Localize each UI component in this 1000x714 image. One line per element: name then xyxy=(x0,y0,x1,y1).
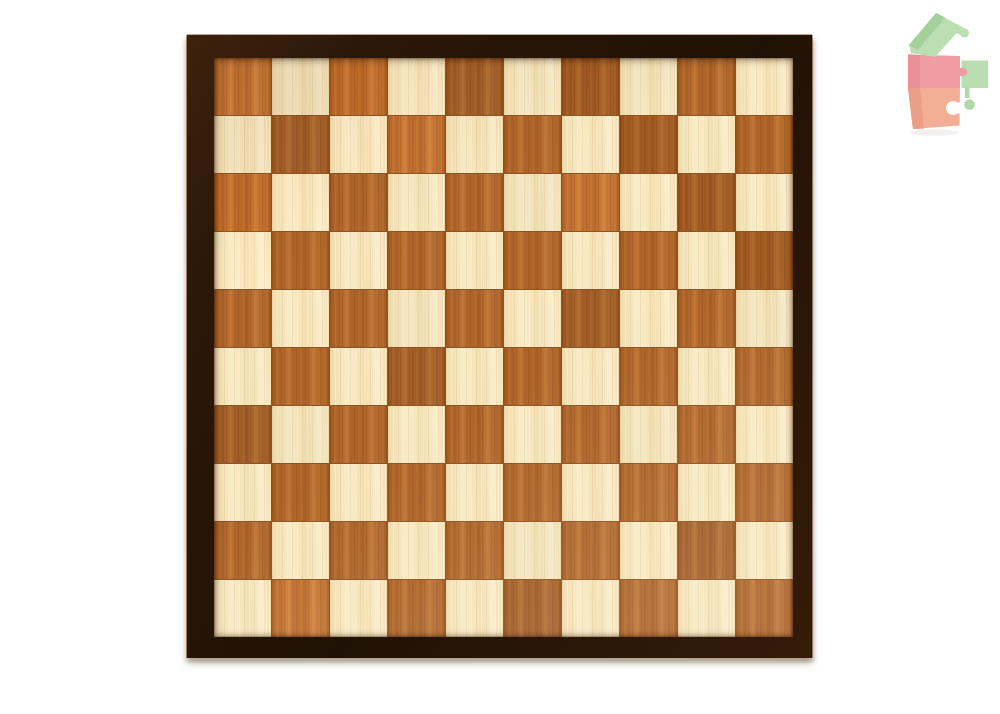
board-square-j9 xyxy=(736,116,793,173)
board-square-a1 xyxy=(214,580,271,637)
board-square-i4 xyxy=(678,406,735,463)
board-square-f4 xyxy=(504,406,561,463)
board-square-e10 xyxy=(446,58,503,115)
board-square-c1 xyxy=(330,580,387,637)
board-square-i7 xyxy=(678,232,735,289)
board-square-b5 xyxy=(272,348,329,405)
board-square-e7 xyxy=(446,232,503,289)
logo-green-knob xyxy=(964,99,975,110)
board-square-h8 xyxy=(620,174,677,231)
board-square-a10 xyxy=(214,58,271,115)
board-square-a4 xyxy=(214,406,271,463)
board-square-c7 xyxy=(330,232,387,289)
board-square-g5 xyxy=(562,348,619,405)
board-square-h9 xyxy=(620,116,677,173)
board-square-c4 xyxy=(330,406,387,463)
board-square-j2 xyxy=(736,522,793,579)
board-square-i10 xyxy=(678,58,735,115)
board-square-a9 xyxy=(214,116,271,173)
board-square-a5 xyxy=(214,348,271,405)
board-square-h3 xyxy=(620,464,677,521)
board-square-f8 xyxy=(504,174,561,231)
board-square-h1 xyxy=(620,580,677,637)
board-square-a7 xyxy=(214,232,271,289)
board-square-c10 xyxy=(330,58,387,115)
board-square-j3 xyxy=(736,464,793,521)
board-square-d5 xyxy=(388,348,445,405)
board-square-j6 xyxy=(736,290,793,347)
board-square-f2 xyxy=(504,522,561,579)
board-square-f3 xyxy=(504,464,561,521)
board-square-d8 xyxy=(388,174,445,231)
board-square-d6 xyxy=(388,290,445,347)
board-square-b3 xyxy=(272,464,329,521)
board-square-i5 xyxy=(678,348,735,405)
board-square-e5 xyxy=(446,348,503,405)
board-square-g1 xyxy=(562,580,619,637)
board-square-b6 xyxy=(272,290,329,347)
board-square-a2 xyxy=(214,522,271,579)
logo-roof-tab xyxy=(960,29,969,38)
board-square-d1 xyxy=(388,580,445,637)
board-square-h2 xyxy=(620,522,677,579)
board-square-g8 xyxy=(562,174,619,231)
board-square-d2 xyxy=(388,522,445,579)
board-square-c2 xyxy=(330,522,387,579)
board-square-h10 xyxy=(620,58,677,115)
board-square-h7 xyxy=(620,232,677,289)
board-square-e2 xyxy=(446,522,503,579)
board-square-c5 xyxy=(330,348,387,405)
board-square-h5 xyxy=(620,348,677,405)
board-square-b2 xyxy=(272,522,329,579)
board-square-i1 xyxy=(678,580,735,637)
board-square-b10 xyxy=(272,58,329,115)
board-square-j5 xyxy=(736,348,793,405)
board-square-j7 xyxy=(736,232,793,289)
board-square-b7 xyxy=(272,232,329,289)
draughts-board xyxy=(187,35,812,658)
board-square-f1 xyxy=(504,580,561,637)
board-square-g10 xyxy=(562,58,619,115)
board-squares-grid xyxy=(214,58,793,637)
board-square-g6 xyxy=(562,290,619,347)
board-square-b1 xyxy=(272,580,329,637)
logo-pink-tab xyxy=(959,68,967,76)
board-square-b9 xyxy=(272,116,329,173)
board-square-g9 xyxy=(562,116,619,173)
board-square-d3 xyxy=(388,464,445,521)
board-square-e6 xyxy=(446,290,503,347)
board-square-g4 xyxy=(562,406,619,463)
board-square-j4 xyxy=(736,406,793,463)
board-square-i8 xyxy=(678,174,735,231)
logo-socket-notch xyxy=(946,101,960,115)
logo-green-knob-stem xyxy=(965,87,970,98)
puzzle-house-watermark-logo xyxy=(898,10,998,155)
board-square-a6 xyxy=(214,290,271,347)
board-square-a8 xyxy=(214,174,271,231)
product-photo-canvas xyxy=(0,0,1000,714)
board-square-g7 xyxy=(562,232,619,289)
board-square-c9 xyxy=(330,116,387,173)
board-square-f7 xyxy=(504,232,561,289)
board-square-f6 xyxy=(504,290,561,347)
board-square-i6 xyxy=(678,290,735,347)
board-square-c6 xyxy=(330,290,387,347)
logo-pink-block-side xyxy=(908,55,920,89)
board-square-d10 xyxy=(388,58,445,115)
board-square-g3 xyxy=(562,464,619,521)
board-square-d4 xyxy=(388,406,445,463)
board-square-j1 xyxy=(736,580,793,637)
board-square-i2 xyxy=(678,522,735,579)
board-square-c3 xyxy=(330,464,387,521)
board-square-f10 xyxy=(504,58,561,115)
board-square-j10 xyxy=(736,58,793,115)
board-square-e1 xyxy=(446,580,503,637)
board-square-h6 xyxy=(620,290,677,347)
board-square-i9 xyxy=(678,116,735,173)
board-square-e8 xyxy=(446,174,503,231)
board-square-g2 xyxy=(562,522,619,579)
board-square-b4 xyxy=(272,406,329,463)
board-square-j8 xyxy=(736,174,793,231)
board-square-d9 xyxy=(388,116,445,173)
board-square-e3 xyxy=(446,464,503,521)
logo-ground-shadow xyxy=(910,129,958,135)
board-square-f9 xyxy=(504,116,561,173)
board-square-h4 xyxy=(620,406,677,463)
board-square-d7 xyxy=(388,232,445,289)
board-square-c8 xyxy=(330,174,387,231)
board-square-f5 xyxy=(504,348,561,405)
board-square-e4 xyxy=(446,406,503,463)
board-square-a3 xyxy=(214,464,271,521)
board-square-b8 xyxy=(272,174,329,231)
board-square-e9 xyxy=(446,116,503,173)
board-square-i3 xyxy=(678,464,735,521)
